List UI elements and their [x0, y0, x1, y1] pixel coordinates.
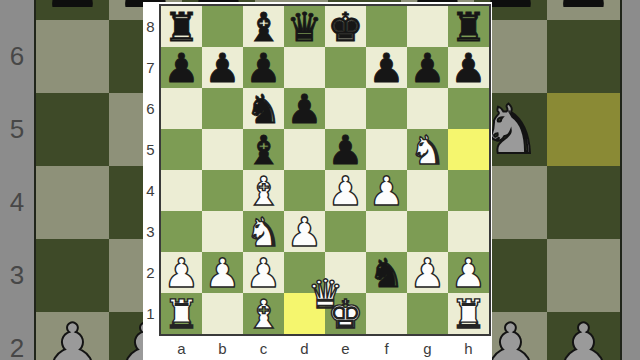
square-h1[interactable]: ♜: [448, 293, 489, 334]
square-c4[interactable]: ♝: [243, 170, 284, 211]
rank-label-8: 8: [143, 6, 158, 47]
square-g3[interactable]: [407, 211, 448, 252]
square-b6[interactable]: [202, 88, 243, 129]
bg-square-h3: [547, 239, 620, 312]
bg-square-h4: [547, 166, 620, 239]
white-rook[interactable]: ♜: [164, 294, 200, 334]
square-a8[interactable]: ♜: [161, 6, 202, 47]
square-g5[interactable]: ♞: [407, 129, 448, 170]
white-pawn[interactable]: ♟: [164, 253, 200, 293]
file-label-a: a: [161, 338, 202, 358]
square-d7[interactable]: [284, 47, 325, 88]
white-queen-glyph: ♛: [307, 274, 343, 314]
bg-square-h2: ♟: [547, 312, 620, 360]
bg-square-a5: [36, 93, 109, 166]
white-knight[interactable]: ♞: [410, 130, 446, 170]
bg-black-pawn: ♟: [553, 0, 614, 18]
square-d3[interactable]: ♟: [284, 211, 325, 252]
square-c8[interactable]: ♝: [243, 6, 284, 47]
bg-square-a2: ♟: [36, 312, 109, 360]
bg-square-h7: ♟: [547, 0, 620, 20]
bg-rank-label-3: 3: [0, 239, 34, 312]
square-d4[interactable]: [284, 170, 325, 211]
black-pawn[interactable]: ♟: [328, 130, 364, 170]
black-knight[interactable]: ♞: [246, 89, 282, 129]
bg-square-h6: [547, 20, 620, 93]
square-b8[interactable]: [202, 6, 243, 47]
file-label-h: h: [448, 338, 489, 358]
square-b2[interactable]: ♟: [202, 252, 243, 293]
white-pawn[interactable]: ♟: [246, 253, 282, 293]
square-f1[interactable]: [366, 293, 407, 334]
square-a4[interactable]: [161, 170, 202, 211]
background-rank-coordinates: 87654321: [0, 0, 34, 360]
chessboard-panel: 87654321 ♜♝♛♚♜♟♟♟♟♟♟♞♟♝♟♞♝♟♟♞♟♟♟♟♞♟♟♜♝♚♜…: [143, 2, 492, 360]
black-pawn[interactable]: ♟: [451, 48, 487, 88]
square-e5[interactable]: ♟: [325, 129, 366, 170]
square-h7[interactable]: ♟: [448, 47, 489, 88]
square-f3[interactable]: [366, 211, 407, 252]
square-a3[interactable]: [161, 211, 202, 252]
square-c7[interactable]: ♟: [243, 47, 284, 88]
square-h8[interactable]: ♜: [448, 6, 489, 47]
black-pawn[interactable]: ♟: [410, 48, 446, 88]
black-rook[interactable]: ♜: [451, 7, 487, 47]
square-a5[interactable]: [161, 129, 202, 170]
square-h6[interactable]: [448, 88, 489, 129]
rank-labels: 87654321: [143, 6, 158, 334]
file-label-g: g: [407, 338, 448, 358]
square-h2[interactable]: ♟: [448, 252, 489, 293]
square-h4[interactable]: [448, 170, 489, 211]
bg-rank-label-2: 2: [0, 312, 34, 360]
square-c6[interactable]: ♞: [243, 88, 284, 129]
square-f4[interactable]: ♟: [366, 170, 407, 211]
square-h5[interactable]: [448, 129, 489, 170]
square-f2[interactable]: ♞: [366, 252, 407, 293]
black-pawn[interactable]: ♟: [246, 48, 282, 88]
white-bishop[interactable]: ♝: [246, 171, 282, 211]
white-pawn[interactable]: ♟: [287, 212, 323, 252]
black-pawn[interactable]: ♟: [369, 48, 405, 88]
square-d8[interactable]: ♛: [284, 6, 325, 47]
white-pawn[interactable]: ♟: [369, 171, 405, 211]
square-f5[interactable]: [366, 129, 407, 170]
square-g7[interactable]: ♟: [407, 47, 448, 88]
square-b4[interactable]: [202, 170, 243, 211]
file-labels: abcdefgh: [161, 338, 489, 358]
square-c5[interactable]: ♝: [243, 129, 284, 170]
bg-rank-label-7: 7: [0, 0, 34, 20]
square-b5[interactable]: [202, 129, 243, 170]
bg-square-a6: [36, 20, 109, 93]
square-b1[interactable]: [202, 293, 243, 334]
square-g4[interactable]: [407, 170, 448, 211]
square-h3[interactable]: [448, 211, 489, 252]
square-c2[interactable]: ♟: [243, 252, 284, 293]
video-frame: ♜♝♛♚♜♟♟♟♟♟♟♞♟♝♟♞♝♟♟♞♟♟♟♟♞♟♟♜♝♚♜ 87654321…: [0, 0, 640, 360]
black-bishop[interactable]: ♝: [246, 7, 282, 47]
black-pawn[interactable]: ♟: [287, 89, 323, 129]
square-c3[interactable]: ♞: [243, 211, 284, 252]
black-queen[interactable]: ♛: [287, 7, 323, 47]
square-g2[interactable]: ♟: [407, 252, 448, 293]
square-b3[interactable]: [202, 211, 243, 252]
rank-label-5: 5: [143, 129, 158, 170]
square-d6[interactable]: ♟: [284, 88, 325, 129]
square-f8[interactable]: [366, 6, 407, 47]
square-e8[interactable]: ♚: [325, 6, 366, 47]
black-rook[interactable]: ♜: [164, 7, 200, 47]
black-bishop[interactable]: ♝: [246, 130, 282, 170]
white-knight[interactable]: ♞: [246, 212, 282, 252]
bg-rank-label-5: 5: [0, 93, 34, 166]
square-e7[interactable]: [325, 47, 366, 88]
square-e3[interactable]: [325, 211, 366, 252]
file-label-b: b: [202, 338, 243, 358]
square-f6[interactable]: [366, 88, 407, 129]
rank-label-7: 7: [143, 47, 158, 88]
file-label-f: f: [366, 338, 407, 358]
white-pawn[interactable]: ♟: [328, 171, 364, 211]
square-e6[interactable]: [325, 88, 366, 129]
square-d5[interactable]: [284, 129, 325, 170]
rank-label-2: 2: [143, 252, 158, 293]
square-g8[interactable]: [407, 6, 448, 47]
white-pawn[interactable]: ♟: [205, 253, 241, 293]
file-label-d: d: [284, 338, 325, 358]
square-a1[interactable]: ♜: [161, 293, 202, 334]
square-g1[interactable]: [407, 293, 448, 334]
white-pawn[interactable]: ♟: [451, 253, 487, 293]
white-bishop[interactable]: ♝: [246, 294, 282, 334]
animating-white-queen[interactable]: ♛: [305, 274, 346, 315]
rank-label-3: 3: [143, 211, 158, 252]
square-b7[interactable]: ♟: [202, 47, 243, 88]
black-knight[interactable]: ♞: [369, 253, 405, 293]
rank-label-6: 6: [143, 88, 158, 129]
black-pawn[interactable]: ♟: [164, 48, 200, 88]
square-a2[interactable]: ♟: [161, 252, 202, 293]
white-pawn[interactable]: ♟: [410, 253, 446, 293]
square-a6[interactable]: [161, 88, 202, 129]
bg-white-pawn: ♟: [553, 315, 614, 360]
chessboard[interactable]: ♜♝♛♚♜♟♟♟♟♟♟♞♟♝♟♞♝♟♟♞♟♟♟♟♞♟♟♜♝♚♜♛: [161, 6, 489, 334]
board-frame: ♜♝♛♚♜♟♟♟♟♟♟♞♟♝♟♞♝♟♟♞♟♟♟♟♞♟♟♜♝♚♜♛: [159, 4, 491, 336]
bg-white-pawn: ♟: [42, 315, 103, 360]
square-e4[interactable]: ♟: [325, 170, 366, 211]
bg-square-a7: ♟: [36, 0, 109, 20]
black-pawn[interactable]: ♟: [205, 48, 241, 88]
square-c1[interactable]: ♝: [243, 293, 284, 334]
bg-square-a3: [36, 239, 109, 312]
bg-square-a4: [36, 166, 109, 239]
bg-square-h5: [547, 93, 620, 166]
bg-rank-label-4: 4: [0, 166, 34, 239]
square-g6[interactable]: [407, 88, 448, 129]
bg-black-pawn: ♟: [42, 0, 103, 18]
rank-label-1: 1: [143, 293, 158, 334]
file-label-e: e: [325, 338, 366, 358]
white-rook[interactable]: ♜: [451, 294, 487, 334]
black-king[interactable]: ♚: [328, 7, 364, 47]
square-f7[interactable]: ♟: [366, 47, 407, 88]
bg-rank-label-6: 6: [0, 20, 34, 93]
square-a7[interactable]: ♟: [161, 47, 202, 88]
rank-label-4: 4: [143, 170, 158, 211]
file-label-c: c: [243, 338, 284, 358]
